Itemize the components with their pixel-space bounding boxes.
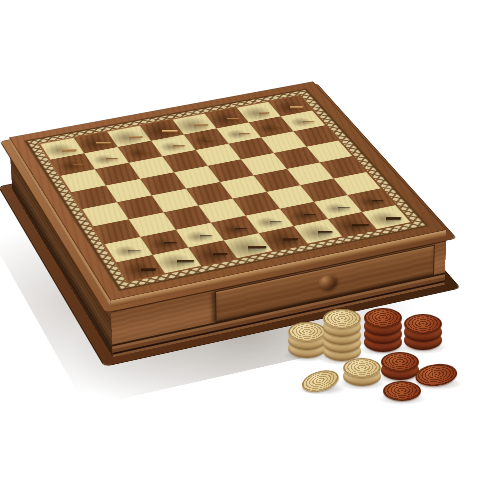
chess-set-3d-scene: ♜♞♝♚♛♝♞♜♟♟♟♟♟♟♟♟♟♟♟♟♟♟♟♟♜♞♝♚♛♝♞♜ (0, 0, 488, 488)
chess-board-case: ♜♞♝♚♛♝♞♜♟♟♟♟♟♟♟♟♟♟♟♟♟♟♟♟♜♞♝♚♛♝♞♜ (9, 82, 447, 301)
drawer-knob (318, 273, 335, 290)
product-photo-stage: ♜♞♝♚♛♝♞♜♟♟♟♟♟♟♟♟♟♟♟♟♟♟♟♟♜♞♝♚♛♝♞♜ (0, 0, 488, 488)
